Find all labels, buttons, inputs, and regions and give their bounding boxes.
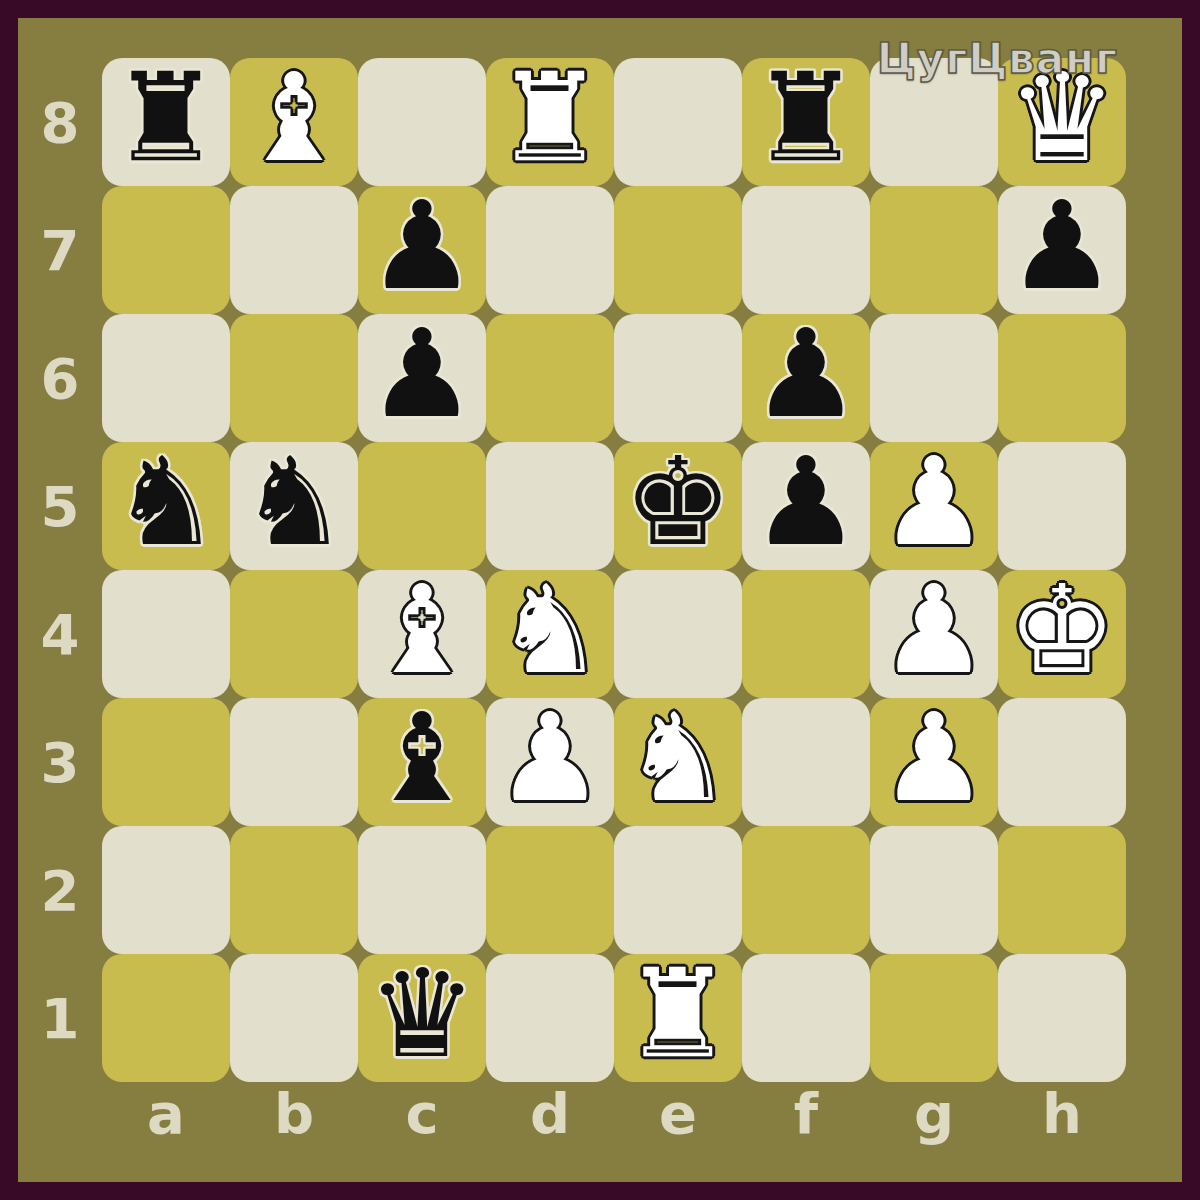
rank-label-5: 5 <box>18 442 102 570</box>
square-f3[interactable] <box>742 698 870 826</box>
file-label-g: g <box>870 1082 998 1144</box>
square-c6[interactable]: ♟ <box>358 314 486 442</box>
square-g1[interactable] <box>870 954 998 1082</box>
white-bishop-c4-piece[interactable]: ♝ <box>367 569 476 691</box>
chess-diagram: 87654321 abcdefgh ♜♝♜♜♛♟♟♟♟♞♞♚♟♟♝♞♟♚♝♟♞♟… <box>0 0 1200 1200</box>
square-a2[interactable] <box>102 826 230 954</box>
black-bishop-c3-piece[interactable]: ♝ <box>367 697 476 819</box>
square-d6[interactable] <box>486 314 614 442</box>
file-label-f: f <box>742 1082 870 1144</box>
square-d1[interactable] <box>486 954 614 1082</box>
rank-labels: 87654321 <box>18 58 102 1082</box>
square-b3[interactable] <box>230 698 358 826</box>
square-e3[interactable]: ♞ <box>614 698 742 826</box>
square-a8[interactable]: ♜ <box>102 58 230 186</box>
file-label-d: d <box>486 1082 614 1144</box>
square-c1[interactable]: ♛ <box>358 954 486 1082</box>
watermark-text: ЦугЦванг <box>877 34 1118 83</box>
black-rook-f8-piece[interactable]: ♜ <box>751 57 860 179</box>
square-b2[interactable] <box>230 826 358 954</box>
white-knight-d4-piece[interactable]: ♞ <box>495 569 604 691</box>
square-h3[interactable] <box>998 698 1126 826</box>
black-pawn-f6-piece[interactable]: ♟ <box>751 313 860 435</box>
square-d3[interactable]: ♟ <box>486 698 614 826</box>
square-d4[interactable]: ♞ <box>486 570 614 698</box>
square-a5[interactable]: ♞ <box>102 442 230 570</box>
rank-label-7: 7 <box>18 186 102 314</box>
rank-label-8: 8 <box>18 58 102 186</box>
square-e5[interactable]: ♚ <box>614 442 742 570</box>
square-f1[interactable] <box>742 954 870 1082</box>
square-c2[interactable] <box>358 826 486 954</box>
rank-label-3: 3 <box>18 698 102 826</box>
square-c4[interactable]: ♝ <box>358 570 486 698</box>
black-king-e5-piece[interactable]: ♚ <box>623 441 732 563</box>
square-b5[interactable]: ♞ <box>230 442 358 570</box>
black-pawn-f5-piece[interactable]: ♟ <box>751 441 860 563</box>
chess-board: ♜♝♜♜♛♟♟♟♟♞♞♚♟♟♝♞♟♚♝♟♞♟♛♜ <box>102 58 1126 1082</box>
rank-label-4: 4 <box>18 570 102 698</box>
square-d8[interactable]: ♜ <box>486 58 614 186</box>
white-rook-e1-piece[interactable]: ♜ <box>623 953 732 1075</box>
square-h6[interactable] <box>998 314 1126 442</box>
white-pawn-g4-piece[interactable]: ♟ <box>879 569 988 691</box>
square-e8[interactable] <box>614 58 742 186</box>
square-b8[interactable]: ♝ <box>230 58 358 186</box>
file-label-c: c <box>358 1082 486 1144</box>
square-g3[interactable]: ♟ <box>870 698 998 826</box>
square-d5[interactable] <box>486 442 614 570</box>
square-h5[interactable] <box>998 442 1126 570</box>
square-c3[interactable]: ♝ <box>358 698 486 826</box>
white-bishop-b8-piece[interactable]: ♝ <box>239 57 348 179</box>
square-h1[interactable] <box>998 954 1126 1082</box>
rank-label-6: 6 <box>18 314 102 442</box>
file-label-h: h <box>998 1082 1126 1144</box>
square-e2[interactable] <box>614 826 742 954</box>
square-a6[interactable] <box>102 314 230 442</box>
file-label-e: e <box>614 1082 742 1144</box>
square-c7[interactable]: ♟ <box>358 186 486 314</box>
square-b6[interactable] <box>230 314 358 442</box>
square-e6[interactable] <box>614 314 742 442</box>
square-h2[interactable] <box>998 826 1126 954</box>
file-label-b: b <box>230 1082 358 1144</box>
square-e4[interactable] <box>614 570 742 698</box>
black-knight-a5-piece[interactable]: ♞ <box>111 441 220 563</box>
rank-label-1: 1 <box>18 954 102 1082</box>
square-f7[interactable] <box>742 186 870 314</box>
white-knight-e3-piece[interactable]: ♞ <box>623 697 732 819</box>
square-f2[interactable] <box>742 826 870 954</box>
black-knight-b5-piece[interactable]: ♞ <box>239 441 348 563</box>
square-f4[interactable] <box>742 570 870 698</box>
square-d7[interactable] <box>486 186 614 314</box>
square-g5[interactable]: ♟ <box>870 442 998 570</box>
square-c8[interactable] <box>358 58 486 186</box>
square-f8[interactable]: ♜ <box>742 58 870 186</box>
square-g6[interactable] <box>870 314 998 442</box>
square-a4[interactable] <box>102 570 230 698</box>
square-e7[interactable] <box>614 186 742 314</box>
square-d2[interactable] <box>486 826 614 954</box>
square-f5[interactable]: ♟ <box>742 442 870 570</box>
square-b7[interactable] <box>230 186 358 314</box>
square-a3[interactable] <box>102 698 230 826</box>
black-pawn-h7-piece[interactable]: ♟ <box>1007 185 1116 307</box>
square-g2[interactable] <box>870 826 998 954</box>
square-g4[interactable]: ♟ <box>870 570 998 698</box>
black-pawn-c6-piece[interactable]: ♟ <box>367 313 476 435</box>
square-a7[interactable] <box>102 186 230 314</box>
square-f6[interactable]: ♟ <box>742 314 870 442</box>
file-label-a: a <box>102 1082 230 1144</box>
square-h4[interactable]: ♚ <box>998 570 1126 698</box>
square-b1[interactable] <box>230 954 358 1082</box>
rank-label-2: 2 <box>18 826 102 954</box>
file-labels: abcdefgh <box>102 1082 1126 1144</box>
square-c5[interactable] <box>358 442 486 570</box>
white-king-h4-piece[interactable]: ♚ <box>1007 569 1116 691</box>
square-g7[interactable] <box>870 186 998 314</box>
black-rook-a8-piece[interactable]: ♜ <box>111 57 220 179</box>
square-b4[interactable] <box>230 570 358 698</box>
white-pawn-g5-piece[interactable]: ♟ <box>879 441 988 563</box>
white-rook-d8-piece[interactable]: ♜ <box>495 57 604 179</box>
black-pawn-c7-piece[interactable]: ♟ <box>367 185 476 307</box>
square-e1[interactable]: ♜ <box>614 954 742 1082</box>
white-pawn-d3-piece[interactable]: ♟ <box>495 697 604 819</box>
white-pawn-g3-piece[interactable]: ♟ <box>879 697 988 819</box>
square-h7[interactable]: ♟ <box>998 186 1126 314</box>
black-queen-c1-piece[interactable]: ♛ <box>367 953 476 1075</box>
square-a1[interactable] <box>102 954 230 1082</box>
